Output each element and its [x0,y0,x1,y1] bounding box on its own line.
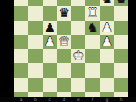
square-h5[interactable] [114,35,128,49]
square-d3[interactable] [57,63,71,77]
square-h3[interactable] [114,63,128,77]
coordinate-bar: abcdefgh [0,97,136,102]
file-label-g: g [100,97,114,102]
file-label-e: e [71,97,85,102]
white-pawn-piece[interactable]: ♟ [101,34,112,48]
square-f5[interactable] [85,35,99,49]
square-d2[interactable] [57,78,71,92]
square-b2[interactable] [28,78,42,92]
square-d5[interactable]: ♛ [57,35,71,49]
right-margin [128,0,136,102]
square-h8[interactable]: ♚ [114,0,128,6]
black-king-piece[interactable]: ♚ [116,0,127,6]
square-b7[interactable] [28,6,42,20]
square-f2[interactable] [85,78,99,92]
square-a2[interactable] [14,78,28,92]
square-a6[interactable] [14,21,28,35]
square-d7[interactable]: ♛ [57,6,71,20]
square-b6[interactable] [28,21,42,35]
black-knight-piece[interactable]: ♞ [101,0,112,6]
square-b5[interactable] [28,35,42,49]
square-g3[interactable] [100,63,114,77]
white-rook-piece[interactable]: ♜ [87,6,98,20]
black-queen-piece[interactable]: ♛ [58,6,69,20]
square-h7[interactable] [114,6,128,20]
square-e6[interactable] [71,21,85,35]
file-labels: abcdefgh [14,97,128,102]
chess-app-viewport: ♞♚♛♜♟♞♟♟♛♟♚ abcdefgh [0,0,136,102]
square-g4[interactable] [100,49,114,63]
square-b3[interactable] [28,63,42,77]
white-king-piece[interactable]: ♚ [73,49,84,63]
black-knight-piece[interactable]: ♞ [87,20,98,34]
square-c3[interactable] [43,63,57,77]
square-g8[interactable]: ♞ [100,0,114,6]
square-f4[interactable] [85,49,99,63]
file-label-b: b [28,97,42,102]
file-label-c: c [43,97,57,102]
square-a4[interactable] [14,49,28,63]
square-a3[interactable] [14,63,28,77]
square-e4[interactable]: ♚ [71,49,85,63]
black-pawn-piece[interactable]: ♟ [44,20,55,34]
square-f3[interactable] [85,63,99,77]
square-e3[interactable] [71,63,85,77]
square-d4[interactable] [57,49,71,63]
square-e2[interactable] [71,78,85,92]
square-h6[interactable] [114,21,128,35]
file-label-d: d [57,97,71,102]
white-pawn-piece[interactable]: ♟ [44,34,55,48]
square-c4[interactable] [43,49,57,63]
square-g5[interactable]: ♟ [100,35,114,49]
white-pawn-piece[interactable]: ♟ [101,20,112,34]
square-c2[interactable] [43,78,57,92]
square-a5[interactable] [14,35,28,49]
chess-board[interactable]: ♞♚♛♜♟♞♟♟♛♟♚ [14,0,128,102]
file-label-a: a [14,97,28,102]
square-a7[interactable] [14,6,28,20]
file-label-h: h [114,97,128,102]
square-c5[interactable]: ♟ [43,35,57,49]
square-g2[interactable] [100,78,114,92]
square-e7[interactable] [71,6,85,20]
square-f6[interactable]: ♞ [85,21,99,35]
left-margin [0,0,14,102]
square-h2[interactable] [114,78,128,92]
square-h4[interactable] [114,49,128,63]
white-queen-piece[interactable]: ♛ [58,34,69,48]
file-label-f: f [85,97,99,102]
square-b4[interactable] [28,49,42,63]
